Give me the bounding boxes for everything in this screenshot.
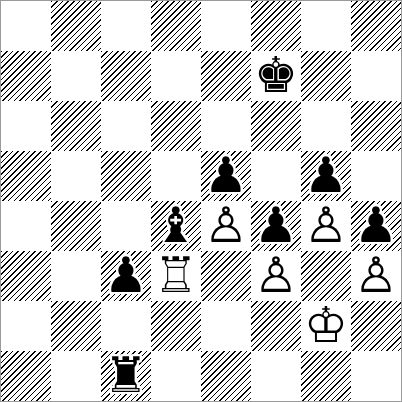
- square-d1[interactable]: [151, 351, 201, 401]
- square-a5[interactable]: [1, 151, 51, 201]
- piece-white-king: ♔: [304, 301, 348, 351]
- square-d5[interactable]: [151, 151, 201, 201]
- piece-white-rook: ♖: [154, 251, 198, 301]
- square-c5[interactable]: [101, 151, 151, 201]
- square-b2[interactable]: [51, 301, 101, 351]
- square-g5[interactable]: ♟: [301, 151, 351, 201]
- square-g2[interactable]: ♔: [301, 301, 351, 351]
- square-a6[interactable]: [1, 101, 51, 151]
- square-d7[interactable]: [151, 51, 201, 101]
- square-d2[interactable]: [151, 301, 201, 351]
- square-f2[interactable]: [251, 301, 301, 351]
- square-g8[interactable]: [301, 1, 351, 51]
- piece-black-pawn: ♟: [304, 151, 348, 201]
- square-c3[interactable]: ♟: [101, 251, 151, 301]
- square-e1[interactable]: [201, 351, 251, 401]
- square-e2[interactable]: [201, 301, 251, 351]
- piece-white-pawn: ♙: [354, 251, 398, 301]
- square-d4[interactable]: ♝: [151, 201, 201, 251]
- square-e7[interactable]: [201, 51, 251, 101]
- square-c8[interactable]: [101, 1, 151, 51]
- square-h4[interactable]: ♟: [351, 201, 401, 251]
- square-f3[interactable]: ♙: [251, 251, 301, 301]
- square-a7[interactable]: [1, 51, 51, 101]
- square-b4[interactable]: [51, 201, 101, 251]
- square-g4[interactable]: ♙: [301, 201, 351, 251]
- square-f6[interactable]: [251, 101, 301, 151]
- square-d3[interactable]: ♖: [151, 251, 201, 301]
- square-c1[interactable]: ♜: [101, 351, 151, 401]
- piece-black-pawn: ♟: [104, 251, 148, 301]
- square-a4[interactable]: [1, 201, 51, 251]
- square-e6[interactable]: [201, 101, 251, 151]
- square-h7[interactable]: [351, 51, 401, 101]
- square-e5[interactable]: ♟: [201, 151, 251, 201]
- piece-black-pawn: ♟: [204, 151, 248, 201]
- piece-black-pawn: ♟: [354, 201, 398, 251]
- square-c2[interactable]: [101, 301, 151, 351]
- square-a8[interactable]: [1, 1, 51, 51]
- square-b3[interactable]: [51, 251, 101, 301]
- square-h8[interactable]: [351, 1, 401, 51]
- square-e4[interactable]: ♙: [201, 201, 251, 251]
- piece-white-pawn: ♙: [304, 201, 348, 251]
- square-d8[interactable]: [151, 1, 201, 51]
- square-c4[interactable]: [101, 201, 151, 251]
- square-c7[interactable]: [101, 51, 151, 101]
- chess-diagram: ♚♟♟♝♙♟♙♟♟♖♙♙♔♜: [0, 0, 402, 402]
- square-f4[interactable]: ♟: [251, 201, 301, 251]
- chess-board: ♚♟♟♝♙♟♙♟♟♖♙♙♔♜: [0, 0, 402, 402]
- piece-white-pawn: ♙: [204, 201, 248, 251]
- square-h2[interactable]: [351, 301, 401, 351]
- square-f5[interactable]: [251, 151, 301, 201]
- square-g6[interactable]: [301, 101, 351, 151]
- square-h5[interactable]: [351, 151, 401, 201]
- square-a2[interactable]: [1, 301, 51, 351]
- square-b7[interactable]: [51, 51, 101, 101]
- square-g1[interactable]: [301, 351, 351, 401]
- square-b1[interactable]: [51, 351, 101, 401]
- piece-black-rook: ♜: [104, 351, 148, 401]
- square-a1[interactable]: [1, 351, 51, 401]
- square-h3[interactable]: ♙: [351, 251, 401, 301]
- square-e8[interactable]: [201, 1, 251, 51]
- square-e3[interactable]: [201, 251, 251, 301]
- piece-white-pawn: ♙: [254, 251, 298, 301]
- piece-black-king: ♚: [254, 51, 298, 101]
- square-h1[interactable]: [351, 351, 401, 401]
- square-b6[interactable]: [51, 101, 101, 151]
- square-f7[interactable]: ♚: [251, 51, 301, 101]
- square-g7[interactable]: [301, 51, 351, 101]
- square-c6[interactable]: [101, 101, 151, 151]
- square-d6[interactable]: [151, 101, 201, 151]
- piece-black-bishop: ♝: [154, 201, 198, 251]
- square-b8[interactable]: [51, 1, 101, 51]
- square-f1[interactable]: [251, 351, 301, 401]
- piece-black-pawn: ♟: [254, 201, 298, 251]
- square-b5[interactable]: [51, 151, 101, 201]
- square-g3[interactable]: [301, 251, 351, 301]
- square-h6[interactable]: [351, 101, 401, 151]
- square-a3[interactable]: [1, 251, 51, 301]
- square-f8[interactable]: [251, 1, 301, 51]
